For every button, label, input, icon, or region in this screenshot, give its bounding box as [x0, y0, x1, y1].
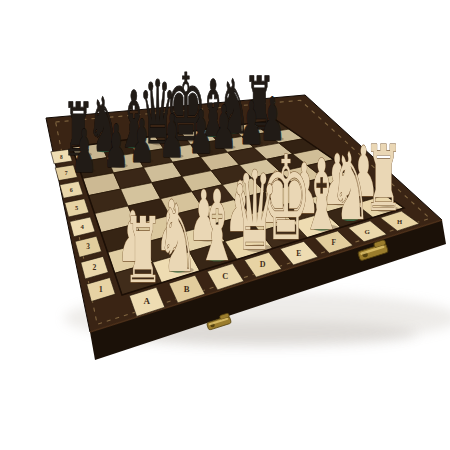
- piece-white-bishop-c1: ♝: [196, 169, 238, 282]
- piece-black-pawn-c7: ♟: [129, 107, 155, 176]
- rank-label-6: 6: [70, 187, 73, 193]
- chessboard-photo-canvas: ABCDEFGH12345678♜♞♝♚♛♝♞♜♟♟♟♟♟♟♟♟♟♟♟♟♟♟♟♟…: [0, 0, 450, 450]
- piece-black-pawn-a7: ♟: [71, 117, 97, 186]
- rank-label-5: 5: [75, 204, 78, 211]
- piece-black-pawn-b7: ♟: [103, 112, 129, 181]
- piece-white-rook-a1: ♜: [123, 198, 162, 304]
- piece-black-pawn-d7: ♟: [159, 102, 185, 171]
- rank-label-1: 1: [99, 285, 103, 294]
- rank-label-4: 4: [81, 223, 85, 230]
- piece-black-pawn-e7: ♟: [188, 98, 214, 167]
- rank-label-3: 3: [86, 242, 90, 251]
- chess-set-product-photo: ABCDEFGH12345678♜♞♝♚♛♝♞♜♟♟♟♟♟♟♟♟♟♟♟♟♟♟♟♟…: [0, 0, 450, 450]
- piece-white-knight-b1: ♞: [158, 184, 198, 292]
- piece-white-queen-d1: ♛: [231, 149, 278, 275]
- rank-label-2: 2: [92, 263, 96, 272]
